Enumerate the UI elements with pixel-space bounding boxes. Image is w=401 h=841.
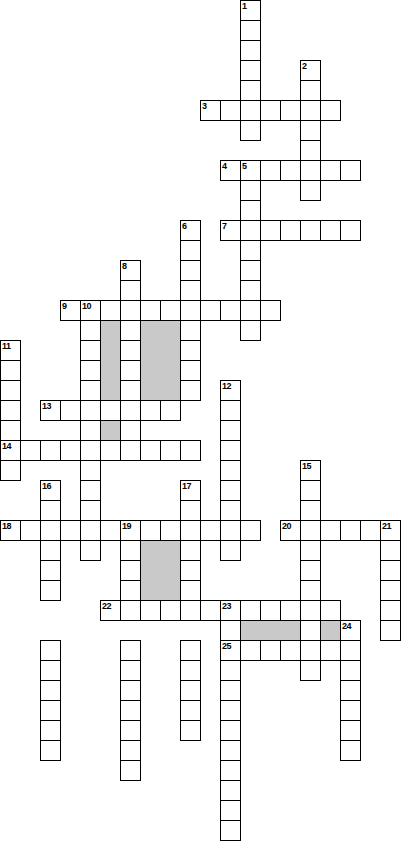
grid-cell[interactable] <box>0 360 21 381</box>
grid-cell[interactable] <box>300 640 321 661</box>
grid-cell[interactable] <box>100 440 121 461</box>
grid-cell[interactable] <box>80 480 101 501</box>
grid-cell[interactable] <box>220 400 241 421</box>
grid-cell[interactable] <box>100 520 121 541</box>
grid-cell[interactable] <box>60 520 81 541</box>
shaded-block <box>100 320 121 401</box>
grid-cell[interactable] <box>0 400 21 421</box>
grid-cell[interactable] <box>240 220 261 241</box>
grid-cell[interactable] <box>300 100 321 121</box>
grid-cell[interactable] <box>240 180 261 201</box>
grid-cell[interactable] <box>260 300 281 321</box>
grid-cell[interactable] <box>160 300 181 321</box>
grid-cell[interactable] <box>300 620 321 641</box>
grid-cell[interactable] <box>40 680 61 701</box>
grid-cell[interactable] <box>220 740 241 761</box>
grid-cell[interactable] <box>220 460 241 481</box>
grid-cell[interactable] <box>40 500 61 521</box>
grid-cell[interactable] <box>120 280 141 301</box>
grid-cell[interactable] <box>120 640 141 661</box>
grid-cell[interactable] <box>180 500 201 521</box>
grid-cell[interactable] <box>180 480 201 501</box>
grid-cell[interactable] <box>120 440 141 461</box>
grid-cell[interactable] <box>220 300 241 321</box>
grid-cell[interactable] <box>240 100 261 121</box>
grid-cell[interactable] <box>180 640 201 661</box>
grid-cell[interactable] <box>340 740 361 761</box>
grid-cell[interactable] <box>240 520 261 541</box>
grid-cell[interactable] <box>380 560 401 581</box>
grid-cell[interactable] <box>220 540 241 561</box>
grid-cell[interactable] <box>100 300 121 321</box>
grid-cell[interactable] <box>200 600 221 621</box>
grid-cell[interactable] <box>320 160 341 181</box>
grid-cell[interactable] <box>120 380 141 401</box>
grid-cell[interactable] <box>260 220 281 241</box>
grid-cell[interactable] <box>260 640 281 661</box>
grid-cell[interactable] <box>220 720 241 741</box>
grid-cell[interactable] <box>80 500 101 521</box>
grid-cell[interactable] <box>300 660 321 681</box>
grid-cell[interactable] <box>240 640 261 661</box>
grid-cell[interactable] <box>280 220 301 241</box>
grid-cell[interactable] <box>180 240 201 261</box>
grid-cell[interactable] <box>120 580 141 601</box>
grid-cell[interactable] <box>180 560 201 581</box>
grid-cell[interactable] <box>220 660 241 681</box>
grid-cell[interactable] <box>40 740 61 761</box>
grid-cell[interactable] <box>40 440 61 461</box>
grid-cell[interactable] <box>140 300 161 321</box>
grid-cell[interactable] <box>360 520 381 541</box>
grid-cell[interactable] <box>220 420 241 441</box>
grid-cell[interactable] <box>80 540 101 561</box>
grid-cell[interactable] <box>300 180 321 201</box>
grid-cell[interactable] <box>220 760 241 781</box>
shaded-block <box>240 620 301 641</box>
grid-cell[interactable] <box>340 160 361 181</box>
grid-cell[interactable] <box>40 560 61 581</box>
grid-cell[interactable] <box>220 620 241 641</box>
grid-cell[interactable] <box>240 300 261 321</box>
grid-cell[interactable] <box>80 460 101 481</box>
grid-cell[interactable] <box>0 340 21 361</box>
grid-cell[interactable] <box>220 500 241 521</box>
grid-cell[interactable] <box>100 400 121 421</box>
grid-cell[interactable] <box>120 400 141 421</box>
grid-cell[interactable] <box>80 340 101 361</box>
grid-cell[interactable] <box>240 80 261 101</box>
grid-cell[interactable] <box>120 360 141 381</box>
grid-cell[interactable] <box>180 720 201 741</box>
grid-cell[interactable] <box>380 600 401 621</box>
grid-cell[interactable] <box>240 600 261 621</box>
grid-cell[interactable] <box>140 600 161 621</box>
grid-cell[interactable] <box>300 80 321 101</box>
grid-cell[interactable] <box>380 520 401 541</box>
grid-cell[interactable] <box>240 0 261 21</box>
crossword-grid: 1234567891011121314151617181920212223242… <box>0 0 401 841</box>
grid-cell[interactable] <box>280 160 301 181</box>
grid-cell[interactable] <box>220 780 241 801</box>
grid-cell[interactable] <box>300 140 321 161</box>
grid-cell[interactable] <box>80 400 101 421</box>
grid-cell[interactable] <box>40 400 61 421</box>
shaded-block <box>140 540 181 601</box>
grid-cell[interactable] <box>120 420 141 441</box>
grid-cell[interactable] <box>180 680 201 701</box>
grid-cell[interactable] <box>200 520 221 541</box>
grid-cell[interactable] <box>320 520 341 541</box>
grid-cell[interactable] <box>60 440 81 461</box>
grid-cell[interactable] <box>140 440 161 461</box>
grid-cell[interactable] <box>300 500 321 521</box>
grid-cell[interactable] <box>160 600 181 621</box>
grid-cell[interactable] <box>180 360 201 381</box>
grid-cell[interactable] <box>180 280 201 301</box>
grid-cell[interactable] <box>180 540 201 561</box>
grid-cell[interactable] <box>200 100 221 121</box>
grid-cell[interactable] <box>220 480 241 501</box>
grid-cell[interactable] <box>340 660 361 681</box>
grid-cell[interactable] <box>40 520 61 541</box>
grid-cell[interactable] <box>120 540 141 561</box>
grid-cell[interactable] <box>80 320 101 341</box>
grid-cell[interactable] <box>260 100 281 121</box>
grid-cell[interactable] <box>220 680 241 701</box>
grid-cell[interactable] <box>340 620 361 641</box>
grid-cell[interactable] <box>80 420 101 441</box>
grid-cell[interactable] <box>240 260 261 281</box>
grid-cell[interactable] <box>300 460 321 481</box>
grid-cell[interactable] <box>220 160 241 181</box>
grid-cell[interactable] <box>240 320 261 341</box>
grid-cell[interactable] <box>240 20 261 41</box>
grid-cell[interactable] <box>260 600 281 621</box>
grid-cell[interactable] <box>280 100 301 121</box>
grid-cell[interactable] <box>280 640 301 661</box>
grid-cell[interactable] <box>220 100 241 121</box>
grid-cell[interactable] <box>120 680 141 701</box>
grid-cell[interactable] <box>340 520 361 541</box>
grid-cell[interactable] <box>380 580 401 601</box>
grid-cell[interactable] <box>120 320 141 341</box>
grid-cell[interactable] <box>300 160 321 181</box>
grid-cell[interactable] <box>220 600 241 621</box>
grid-cell[interactable] <box>120 740 141 761</box>
grid-cell[interactable] <box>220 820 241 841</box>
grid-cell[interactable] <box>220 800 241 821</box>
grid-cell[interactable] <box>120 520 141 541</box>
grid-cell[interactable] <box>120 700 141 721</box>
grid-cell[interactable] <box>80 380 101 401</box>
grid-cell[interactable] <box>80 520 101 541</box>
grid-cell[interactable] <box>180 300 201 321</box>
grid-cell[interactable] <box>200 300 221 321</box>
grid-cell[interactable] <box>220 440 241 461</box>
grid-cell[interactable] <box>120 260 141 281</box>
grid-cell[interactable] <box>240 200 261 221</box>
grid-cell[interactable] <box>300 120 321 141</box>
grid-cell[interactable] <box>40 700 61 721</box>
grid-cell[interactable] <box>340 720 361 741</box>
grid-cell[interactable] <box>120 760 141 781</box>
grid-cell[interactable] <box>220 700 241 721</box>
grid-cell[interactable] <box>40 580 61 601</box>
shaded-block <box>140 320 181 401</box>
grid-cell[interactable] <box>20 440 41 461</box>
grid-cell[interactable] <box>380 620 401 641</box>
grid-cell[interactable] <box>60 400 81 421</box>
grid-cell[interactable] <box>240 60 261 81</box>
grid-cell[interactable] <box>40 540 61 561</box>
grid-cell[interactable] <box>180 320 201 341</box>
grid-cell[interactable] <box>300 580 321 601</box>
grid-cell[interactable] <box>320 640 341 661</box>
grid-cell[interactable] <box>120 660 141 681</box>
grid-cell[interactable] <box>180 260 201 281</box>
grid-cell[interactable] <box>140 520 161 541</box>
grid-cell[interactable] <box>120 720 141 741</box>
grid-cell[interactable] <box>300 540 321 561</box>
grid-cell[interactable] <box>280 600 301 621</box>
grid-cell[interactable] <box>120 300 141 321</box>
grid-cell[interactable] <box>180 520 201 541</box>
grid-cell[interactable] <box>180 220 201 241</box>
grid-cell[interactable] <box>0 460 21 481</box>
grid-cell[interactable] <box>300 60 321 81</box>
grid-cell[interactable] <box>280 520 301 541</box>
shaded-block <box>320 620 341 641</box>
grid-cell[interactable] <box>320 100 341 121</box>
grid-cell[interactable] <box>240 160 261 181</box>
grid-cell[interactable] <box>340 700 361 721</box>
grid-cell[interactable] <box>40 720 61 741</box>
grid-cell[interactable] <box>0 440 21 461</box>
grid-cell[interactable] <box>180 440 201 461</box>
grid-cell[interactable] <box>340 680 361 701</box>
grid-cell[interactable] <box>220 520 241 541</box>
grid-cell[interactable] <box>180 600 201 621</box>
grid-cell[interactable] <box>20 520 41 541</box>
grid-cell[interactable] <box>220 380 241 401</box>
grid-cell[interactable] <box>160 400 181 421</box>
grid-cell[interactable] <box>300 220 321 241</box>
grid-cell[interactable] <box>300 560 321 581</box>
grid-cell[interactable] <box>320 220 341 241</box>
grid-cell[interactable] <box>100 600 121 621</box>
grid-cell[interactable] <box>240 120 261 141</box>
grid-cell[interactable] <box>340 640 361 661</box>
grid-cell[interactable] <box>300 600 321 621</box>
grid-cell[interactable] <box>180 660 201 681</box>
grid-cell[interactable] <box>80 440 101 461</box>
grid-cell[interactable] <box>160 440 181 461</box>
grid-cell[interactable] <box>240 280 261 301</box>
grid-cell[interactable] <box>120 600 141 621</box>
shaded-block <box>100 420 121 441</box>
grid-cell[interactable] <box>0 420 21 441</box>
grid-cell[interactable] <box>380 540 401 561</box>
grid-cell[interactable] <box>240 240 261 261</box>
grid-cell[interactable] <box>40 660 61 681</box>
grid-cell[interactable] <box>300 520 321 541</box>
grid-cell[interactable] <box>180 380 201 401</box>
grid-cell[interactable] <box>180 700 201 721</box>
grid-cell[interactable] <box>180 580 201 601</box>
grid-cell[interactable] <box>80 300 101 321</box>
grid-cell[interactable] <box>40 480 61 501</box>
grid-cell[interactable] <box>320 600 341 621</box>
grid-cell[interactable] <box>140 400 161 421</box>
grid-cell[interactable] <box>240 40 261 61</box>
grid-cell[interactable] <box>80 360 101 381</box>
grid-cell[interactable] <box>40 640 61 661</box>
grid-cell[interactable] <box>0 380 21 401</box>
grid-cell[interactable] <box>220 220 241 241</box>
grid-cell[interactable] <box>120 340 141 361</box>
grid-cell[interactable] <box>0 520 21 541</box>
grid-cell[interactable] <box>180 340 201 361</box>
grid-cell[interactable] <box>260 160 281 181</box>
grid-cell[interactable] <box>340 220 361 241</box>
grid-cell[interactable] <box>120 560 141 581</box>
grid-cell[interactable] <box>220 640 241 661</box>
grid-cell[interactable] <box>60 300 81 321</box>
grid-cell[interactable] <box>300 480 321 501</box>
grid-cell[interactable] <box>160 520 181 541</box>
